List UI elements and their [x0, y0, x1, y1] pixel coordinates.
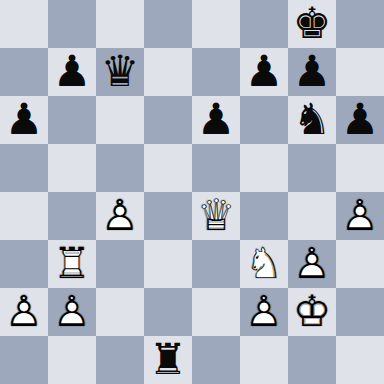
square-a4[interactable] — [0, 192, 48, 240]
black-pawn-icon: ♟ — [336, 96, 384, 144]
white-pawn-outline-icon: ♙ — [96, 192, 144, 240]
black-rook-icon: ♜ — [144, 336, 192, 384]
square-f8[interactable] — [240, 0, 288, 48]
square-h5[interactable] — [336, 144, 384, 192]
chess-board: ♚♟♛♟♟♟♟♞♟♟♙♛♕♟♙♜♖♞♘♟♙♟♙♟♙♟♙♚♔♜ — [0, 0, 384, 384]
square-e7[interactable] — [192, 48, 240, 96]
white-pawn-outline-icon: ♙ — [288, 240, 336, 288]
white-king-outline-icon: ♔ — [288, 288, 336, 336]
square-b8[interactable] — [48, 0, 96, 48]
black-pawn-icon: ♟ — [0, 96, 48, 144]
square-h8[interactable] — [336, 0, 384, 48]
square-g5[interactable] — [288, 144, 336, 192]
square-a8[interactable] — [0, 0, 48, 48]
white-knight-outline-icon: ♘ — [240, 240, 288, 288]
square-b4[interactable] — [48, 192, 96, 240]
black-knight-icon: ♞ — [288, 96, 336, 144]
square-b1[interactable] — [48, 336, 96, 384]
square-c5[interactable] — [96, 144, 144, 192]
square-h7[interactable] — [336, 48, 384, 96]
square-c8[interactable] — [96, 0, 144, 48]
black-king-icon: ♚ — [288, 0, 336, 48]
square-a5[interactable] — [0, 144, 48, 192]
black-pawn-piece[interactable]: ♟ — [336, 96, 384, 144]
white-knight-piece[interactable]: ♞♘ — [240, 240, 288, 288]
square-e8[interactable] — [192, 0, 240, 48]
square-f4[interactable] — [240, 192, 288, 240]
square-g6[interactable]: ♞ — [288, 96, 336, 144]
square-h4[interactable]: ♟♙ — [336, 192, 384, 240]
square-e2[interactable] — [192, 288, 240, 336]
square-e4[interactable]: ♛♕ — [192, 192, 240, 240]
black-pawn-piece[interactable]: ♟ — [240, 48, 288, 96]
square-f5[interactable] — [240, 144, 288, 192]
square-a7[interactable] — [0, 48, 48, 96]
square-f7[interactable]: ♟ — [240, 48, 288, 96]
square-d2[interactable] — [144, 288, 192, 336]
square-d8[interactable] — [144, 0, 192, 48]
square-g4[interactable] — [288, 192, 336, 240]
black-pawn-piece[interactable]: ♟ — [192, 96, 240, 144]
square-f3[interactable]: ♞♘ — [240, 240, 288, 288]
square-b5[interactable] — [48, 144, 96, 192]
square-a1[interactable] — [0, 336, 48, 384]
square-h1[interactable] — [336, 336, 384, 384]
square-c2[interactable] — [96, 288, 144, 336]
black-king-piece[interactable]: ♚ — [288, 0, 336, 48]
square-c4[interactable]: ♟♙ — [96, 192, 144, 240]
square-f1[interactable] — [240, 336, 288, 384]
black-queen-piece[interactable]: ♛ — [96, 48, 144, 96]
square-g8[interactable]: ♚ — [288, 0, 336, 48]
square-g3[interactable]: ♟♙ — [288, 240, 336, 288]
square-a2[interactable]: ♟♙ — [0, 288, 48, 336]
square-d3[interactable] — [144, 240, 192, 288]
white-pawn-piece[interactable]: ♟♙ — [96, 192, 144, 240]
square-e5[interactable] — [192, 144, 240, 192]
square-d1[interactable]: ♜ — [144, 336, 192, 384]
square-d5[interactable] — [144, 144, 192, 192]
black-knight-piece[interactable]: ♞ — [288, 96, 336, 144]
black-rook-piece[interactable]: ♜ — [144, 336, 192, 384]
square-c7[interactable]: ♛ — [96, 48, 144, 96]
white-king-piece[interactable]: ♚♔ — [288, 288, 336, 336]
black-pawn-piece[interactable]: ♟ — [288, 48, 336, 96]
square-g7[interactable]: ♟ — [288, 48, 336, 96]
square-e1[interactable] — [192, 336, 240, 384]
white-pawn-outline-icon: ♙ — [240, 288, 288, 336]
black-queen-icon: ♛ — [96, 48, 144, 96]
white-pawn-piece[interactable]: ♟♙ — [48, 288, 96, 336]
white-pawn-outline-icon: ♙ — [48, 288, 96, 336]
square-f6[interactable] — [240, 96, 288, 144]
black-pawn-piece[interactable]: ♟ — [0, 96, 48, 144]
white-pawn-outline-icon: ♙ — [0, 288, 48, 336]
white-pawn-outline-icon: ♙ — [336, 192, 384, 240]
square-b3[interactable]: ♜♖ — [48, 240, 96, 288]
square-a6[interactable]: ♟ — [0, 96, 48, 144]
square-d7[interactable] — [144, 48, 192, 96]
square-h2[interactable] — [336, 288, 384, 336]
square-e3[interactable] — [192, 240, 240, 288]
black-pawn-icon: ♟ — [240, 48, 288, 96]
square-d6[interactable] — [144, 96, 192, 144]
square-b7[interactable]: ♟ — [48, 48, 96, 96]
white-queen-outline-icon: ♕ — [192, 192, 240, 240]
square-h3[interactable] — [336, 240, 384, 288]
square-g1[interactable] — [288, 336, 336, 384]
black-pawn-piece[interactable]: ♟ — [48, 48, 96, 96]
square-f2[interactable]: ♟♙ — [240, 288, 288, 336]
square-b6[interactable] — [48, 96, 96, 144]
white-pawn-piece[interactable]: ♟♙ — [0, 288, 48, 336]
square-h6[interactable]: ♟ — [336, 96, 384, 144]
square-c6[interactable] — [96, 96, 144, 144]
white-pawn-piece[interactable]: ♟♙ — [336, 192, 384, 240]
square-c1[interactable] — [96, 336, 144, 384]
white-rook-piece[interactable]: ♜♖ — [48, 240, 96, 288]
square-b2[interactable]: ♟♙ — [48, 288, 96, 336]
white-queen-piece[interactable]: ♛♕ — [192, 192, 240, 240]
black-pawn-icon: ♟ — [192, 96, 240, 144]
square-e6[interactable]: ♟ — [192, 96, 240, 144]
black-pawn-icon: ♟ — [288, 48, 336, 96]
square-c3[interactable] — [96, 240, 144, 288]
white-pawn-piece[interactable]: ♟♙ — [288, 240, 336, 288]
white-rook-outline-icon: ♖ — [48, 240, 96, 288]
square-d4[interactable] — [144, 192, 192, 240]
square-g2[interactable]: ♚♔ — [288, 288, 336, 336]
square-a3[interactable] — [0, 240, 48, 288]
white-pawn-piece[interactable]: ♟♙ — [240, 288, 288, 336]
black-pawn-icon: ♟ — [48, 48, 96, 96]
